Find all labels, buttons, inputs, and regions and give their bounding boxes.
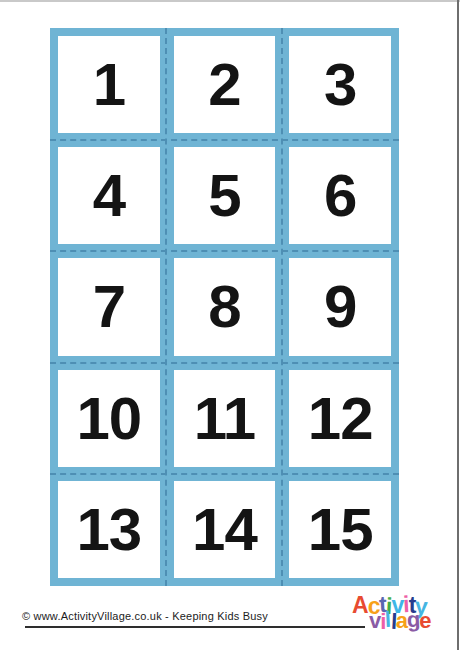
cutline-vertical-1	[165, 28, 167, 586]
number-card-15: 15	[289, 481, 391, 578]
cutline-horizontal-4	[50, 473, 399, 475]
number-card-10: 10	[58, 370, 160, 467]
number-card-12: 12	[289, 370, 391, 467]
cutline-vertical-2	[281, 28, 283, 586]
number-card-3: 3	[289, 36, 391, 133]
cutline-horizontal-2	[50, 250, 399, 252]
flashcard-panel: 123456789101112131415	[50, 28, 399, 586]
cards-grid: 123456789101112131415	[50, 28, 399, 586]
number-card-14: 14	[174, 481, 276, 578]
copyright-text: © www.ActivityVillage.co.uk - Keeping Ki…	[22, 610, 268, 622]
page-right-edge-line	[457, 0, 459, 650]
logo-letter: g	[406, 609, 420, 632]
number-card-2: 2	[174, 36, 276, 133]
logo-line-village: village	[369, 610, 431, 632]
activity-village-logo: Activity village	[352, 594, 431, 632]
number-card-4: 4	[58, 147, 160, 244]
number-card-9: 9	[289, 258, 391, 355]
logo-letter: A	[352, 594, 368, 617]
footer-underline	[25, 626, 365, 628]
logo-letter: e	[419, 610, 430, 632]
number-card-8: 8	[174, 258, 276, 355]
printable-flashcard-page: 123456789101112131415 © www.ActivityVill…	[0, 0, 460, 650]
cutline-horizontal-3	[50, 362, 399, 364]
cutline-horizontal-1	[50, 139, 399, 141]
number-card-7: 7	[58, 258, 160, 355]
number-card-1: 1	[58, 36, 160, 133]
number-card-5: 5	[174, 147, 276, 244]
logo-letter: v	[369, 610, 380, 632]
number-card-6: 6	[289, 147, 391, 244]
logo-letter: a	[396, 610, 407, 632]
page-top-edge-line	[0, 0, 460, 2]
number-card-13: 13	[58, 481, 160, 578]
number-card-11: 11	[174, 370, 276, 467]
